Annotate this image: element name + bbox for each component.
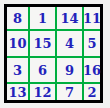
cell-r1c2: 1 — [30, 7, 55, 29]
cell-r2c4: 5 — [84, 31, 100, 56]
cell-r2c3: 4 — [57, 31, 82, 56]
cell-r4c1: 13 — [7, 84, 28, 100]
cell-r2c1: 10 — [7, 31, 28, 56]
cell-r3c2: 6 — [30, 58, 55, 82]
cell-r2c2: 15 — [30, 31, 55, 56]
cell-r4c3: 7 — [57, 84, 82, 100]
cell-r1c1: 8 — [7, 7, 28, 29]
cell-r3c1: 3 — [7, 58, 28, 82]
cell-r4c2: 12 — [30, 84, 55, 100]
cell-r4c4: 2 — [84, 84, 100, 100]
cell-r1c4: 11 — [84, 7, 100, 29]
cell-r3c4: 16 — [84, 58, 100, 82]
cell-r1c3: 14 — [57, 7, 82, 29]
cell-r3c3: 9 — [57, 58, 82, 82]
magic-square-board: 81141110154536916131272 — [4, 4, 103, 103]
